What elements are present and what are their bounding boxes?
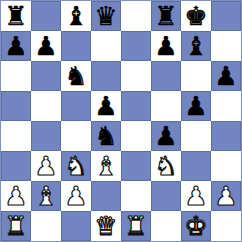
square-e2[interactable] [121,181,151,211]
piece-white-knight[interactable]: ♞ [64,151,87,181]
piece-white-bishop[interactable]: ♝ [34,181,57,211]
piece-white-king[interactable]: ♚ [184,211,207,241]
square-e7[interactable] [121,31,151,61]
chess-board: ♜♝♛♜♚♟♟♟♝♞♟♟♟♞♟♟♞♝♞♟♝♟♟♟♜♛♜♚ [0,0,242,242]
piece-white-pawn[interactable]: ♟ [184,181,207,211]
square-h3[interactable] [211,151,241,181]
piece-black-pawn[interactable]: ♟ [34,31,57,61]
square-b1[interactable] [31,211,61,241]
square-e5[interactable] [121,91,151,121]
square-d8[interactable]: ♛ [91,1,121,31]
square-b6[interactable] [31,61,61,91]
square-f1[interactable] [151,211,181,241]
square-e8[interactable] [121,1,151,31]
piece-white-rook[interactable]: ♜ [4,211,27,241]
square-d6[interactable] [91,61,121,91]
square-b7[interactable]: ♟ [31,31,61,61]
square-f7[interactable]: ♟ [151,31,181,61]
piece-white-pawn[interactable]: ♟ [34,151,57,181]
piece-black-pawn[interactable]: ♟ [154,121,177,151]
square-h6[interactable]: ♟ [211,61,241,91]
square-b5[interactable] [31,91,61,121]
square-f5[interactable] [151,91,181,121]
square-b8[interactable] [31,1,61,31]
square-d2[interactable] [91,181,121,211]
square-g4[interactable] [181,121,211,151]
square-d1[interactable]: ♛ [91,211,121,241]
square-d7[interactable] [91,31,121,61]
piece-white-bishop[interactable]: ♝ [94,151,117,181]
square-g2[interactable]: ♟ [181,181,211,211]
piece-black-pawn[interactable]: ♟ [4,31,27,61]
square-c5[interactable] [61,91,91,121]
piece-black-king[interactable]: ♚ [184,1,207,31]
square-g5[interactable]: ♟ [181,91,211,121]
square-b3[interactable]: ♟ [31,151,61,181]
piece-black-bishop[interactable]: ♝ [184,31,207,61]
square-e4[interactable] [121,121,151,151]
square-e6[interactable] [121,61,151,91]
square-e1[interactable]: ♜ [121,211,151,241]
square-c2[interactable]: ♟ [61,181,91,211]
square-h5[interactable] [211,91,241,121]
piece-white-queen[interactable]: ♛ [94,211,117,241]
square-h4[interactable] [211,121,241,151]
square-a3[interactable] [1,151,31,181]
square-h1[interactable] [211,211,241,241]
square-d4[interactable]: ♞ [91,121,121,151]
square-b2[interactable]: ♝ [31,181,61,211]
square-g6[interactable] [181,61,211,91]
piece-black-pawn[interactable]: ♟ [214,61,237,91]
square-a8[interactable]: ♜ [1,1,31,31]
square-f4[interactable]: ♟ [151,121,181,151]
square-f6[interactable] [151,61,181,91]
square-c7[interactable] [61,31,91,61]
square-e3[interactable] [121,151,151,181]
square-c3[interactable]: ♞ [61,151,91,181]
piece-black-rook[interactable]: ♜ [4,1,27,31]
square-f2[interactable] [151,181,181,211]
piece-black-queen[interactable]: ♛ [94,1,117,31]
piece-black-bishop[interactable]: ♝ [64,1,87,31]
square-g3[interactable] [181,151,211,181]
piece-black-rook[interactable]: ♜ [154,1,177,31]
square-h2[interactable]: ♟ [211,181,241,211]
square-c1[interactable] [61,211,91,241]
piece-black-knight[interactable]: ♞ [94,121,117,151]
piece-black-pawn[interactable]: ♟ [94,91,117,121]
square-g7[interactable]: ♝ [181,31,211,61]
square-a5[interactable] [1,91,31,121]
square-a1[interactable]: ♜ [1,211,31,241]
piece-black-pawn[interactable]: ♟ [154,31,177,61]
square-b4[interactable] [31,121,61,151]
square-d3[interactable]: ♝ [91,151,121,181]
piece-white-knight[interactable]: ♞ [154,151,177,181]
piece-white-pawn[interactable]: ♟ [64,181,87,211]
square-f8[interactable]: ♜ [151,1,181,31]
square-c4[interactable] [61,121,91,151]
square-c6[interactable]: ♞ [61,61,91,91]
square-d5[interactable]: ♟ [91,91,121,121]
square-a4[interactable] [1,121,31,151]
piece-white-pawn[interactable]: ♟ [214,181,237,211]
square-c8[interactable]: ♝ [61,1,91,31]
piece-white-rook[interactable]: ♜ [124,211,147,241]
square-f3[interactable]: ♞ [151,151,181,181]
piece-black-knight[interactable]: ♞ [64,61,87,91]
piece-white-pawn[interactable]: ♟ [4,181,27,211]
square-h8[interactable] [211,1,241,31]
piece-black-pawn[interactable]: ♟ [184,91,207,121]
square-h7[interactable] [211,31,241,61]
square-g1[interactable]: ♚ [181,211,211,241]
square-a6[interactable] [1,61,31,91]
square-g8[interactable]: ♚ [181,1,211,31]
square-a7[interactable]: ♟ [1,31,31,61]
square-a2[interactable]: ♟ [1,181,31,211]
